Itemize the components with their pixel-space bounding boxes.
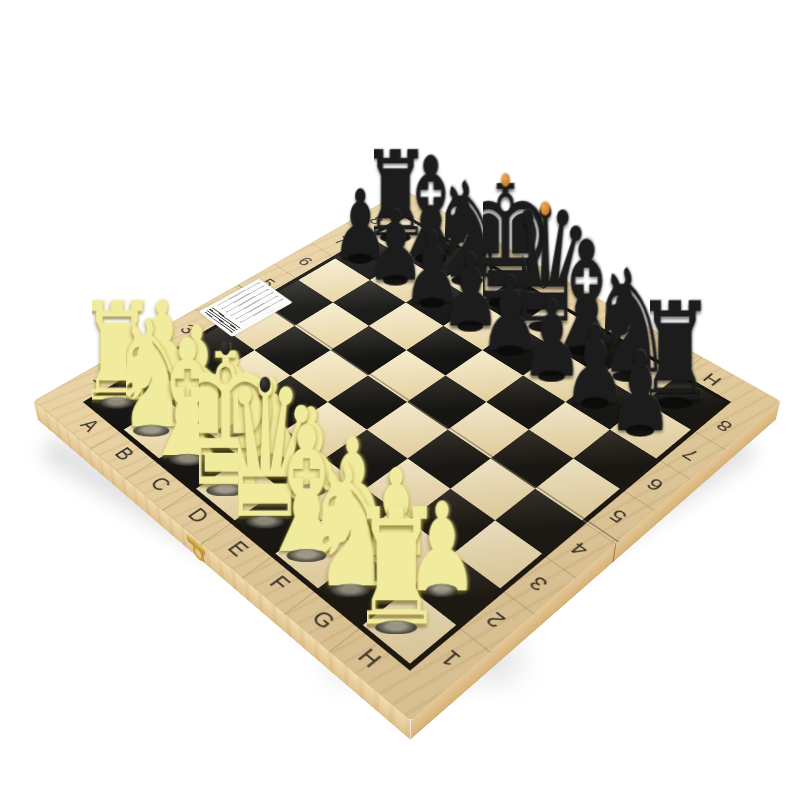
file-label-d: D bbox=[531, 275, 557, 292]
fold-seam-right bbox=[612, 543, 616, 563]
scene: ABCDEFGH ABCDEFGH 87654321 87654321 bbox=[0, 0, 786, 786]
piece-black-pawn-h7[interactable]: ♟ bbox=[615, 153, 666, 436]
white-rook-glyph: ♜ bbox=[347, 503, 444, 635]
black-pawn-glyph: ♟ bbox=[607, 347, 674, 437]
chess-board: ABCDEFGH ABCDEFGH 87654321 87654321 bbox=[34, 190, 781, 721]
pieces-layer: ♜♝♟♞♟♚♟♛♟♝♟♞♟♟♜♟♟♜♟♟♞♟♝♟♚♟♛♟♝♟♞♜ bbox=[34, 190, 781, 721]
file-label-a: A bbox=[421, 213, 445, 227]
piece-white-rook-h1[interactable]: ♜ bbox=[367, 307, 426, 634]
file-label-c: C bbox=[493, 254, 519, 270]
file-label-b: B bbox=[457, 233, 482, 248]
product-photo: ABCDEFGH ABCDEFGH 87654321 87654321 bbox=[0, 0, 786, 786]
clasp-hook bbox=[192, 542, 204, 563]
